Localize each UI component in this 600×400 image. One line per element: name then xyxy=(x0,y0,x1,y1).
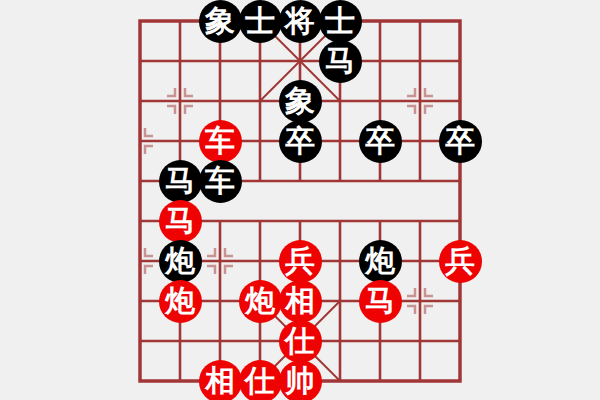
piece-glyph: 仕 xyxy=(285,326,315,356)
black-general[interactable]: 将 xyxy=(279,0,322,43)
board-point[interactable] xyxy=(160,81,200,121)
board-point[interactable]: 车 xyxy=(200,121,240,161)
board-point[interactable]: 卒 xyxy=(280,121,320,161)
board-point[interactable]: 相 xyxy=(280,281,320,321)
piece-glyph: 兵 xyxy=(285,246,315,276)
red-soldier[interactable]: 兵 xyxy=(439,240,482,283)
board-point[interactable] xyxy=(320,121,360,161)
board-point[interactable] xyxy=(360,161,400,201)
board-point[interactable] xyxy=(280,41,320,81)
board-point[interactable] xyxy=(200,281,240,321)
board-point[interactable]: 卒 xyxy=(440,121,480,161)
board-point[interactable]: 卒 xyxy=(360,121,400,161)
board-point[interactable] xyxy=(280,161,320,201)
board-point[interactable] xyxy=(440,81,480,121)
board-point[interactable] xyxy=(400,241,440,281)
board-point[interactable] xyxy=(360,361,400,400)
black-cannon[interactable]: 炮 xyxy=(159,240,202,283)
board-point[interactable] xyxy=(440,1,480,41)
board-point[interactable]: 仕 xyxy=(240,361,280,400)
black-elephant[interactable]: 象 xyxy=(199,0,242,43)
board-point[interactable]: 马 xyxy=(360,281,400,321)
piece-glyph: 帅 xyxy=(285,366,315,396)
board-point[interactable] xyxy=(320,321,360,361)
board-point[interactable] xyxy=(120,281,160,321)
board-point[interactable]: 炮 xyxy=(240,281,280,321)
piece-glyph: 马 xyxy=(165,206,195,236)
board-point[interactable] xyxy=(320,161,360,201)
black-soldier[interactable]: 卒 xyxy=(439,120,482,163)
piece-glyph: 象 xyxy=(285,86,315,116)
piece-glyph: 兵 xyxy=(445,246,475,276)
piece-glyph: 仕 xyxy=(245,366,275,396)
board-point[interactable] xyxy=(400,201,440,241)
board-point[interactable] xyxy=(400,1,440,41)
piece-glyph: 相 xyxy=(285,286,315,316)
board-point[interactable] xyxy=(200,81,240,121)
red-advisor[interactable]: 仕 xyxy=(279,320,322,363)
board-point[interactable] xyxy=(240,81,280,121)
piece-glyph: 车 xyxy=(205,126,235,156)
board-point[interactable] xyxy=(400,41,440,81)
board-point[interactable]: 士 xyxy=(240,1,280,41)
red-elephant[interactable]: 相 xyxy=(279,280,322,323)
board-point[interactable] xyxy=(440,281,480,321)
board-point[interactable]: 仕 xyxy=(280,321,320,361)
piece-glyph: 卒 xyxy=(445,126,475,156)
board-point[interactable] xyxy=(440,321,480,361)
black-advisor[interactable]: 士 xyxy=(319,0,362,43)
board-point[interactable] xyxy=(240,121,280,161)
board-point[interactable]: 兵 xyxy=(280,241,320,281)
black-horse[interactable]: 马 xyxy=(159,160,202,203)
board-point[interactable] xyxy=(120,1,160,41)
board-point[interactable] xyxy=(280,201,320,241)
board-point[interactable] xyxy=(440,201,480,241)
board-point[interactable] xyxy=(320,281,360,321)
board-point[interactable] xyxy=(400,321,440,361)
board-point[interactable] xyxy=(360,201,400,241)
red-chariot[interactable]: 车 xyxy=(199,120,242,163)
board-point[interactable]: 马 xyxy=(160,201,200,241)
board-point[interactable] xyxy=(320,361,360,400)
board-point[interactable] xyxy=(400,121,440,161)
piece-glyph: 炮 xyxy=(245,286,275,316)
board-point[interactable] xyxy=(160,361,200,400)
board-point[interactable]: 马 xyxy=(160,161,200,201)
board-point[interactable] xyxy=(360,321,400,361)
board-point[interactable] xyxy=(120,241,160,281)
piece-glyph: 士 xyxy=(245,6,275,36)
black-advisor[interactable]: 士 xyxy=(239,0,282,43)
board-point[interactable] xyxy=(360,81,400,121)
board-point[interactable]: 士 xyxy=(320,1,360,41)
board-point[interactable] xyxy=(120,161,160,201)
piece-glyph: 象 xyxy=(205,6,235,36)
board-point[interactable] xyxy=(200,321,240,361)
board-point[interactable]: 兵 xyxy=(440,241,480,281)
board-point[interactable] xyxy=(320,81,360,121)
board-point[interactable] xyxy=(440,361,480,400)
board-point[interactable]: 象 xyxy=(200,1,240,41)
board-point[interactable] xyxy=(200,201,240,241)
board-point[interactable]: 将 xyxy=(280,1,320,41)
board-point[interactable]: 车 xyxy=(200,161,240,201)
red-soldier[interactable]: 兵 xyxy=(279,240,322,283)
board-point[interactable]: 炮 xyxy=(160,241,200,281)
red-horse[interactable]: 马 xyxy=(159,200,202,243)
board-intersections: 象士将士马象车卒卒卒马车马炮兵炮兵炮炮相马仕相仕帅 xyxy=(120,1,480,400)
red-cannon[interactable]: 炮 xyxy=(159,280,202,323)
board-point[interactable] xyxy=(200,41,240,81)
board-point[interactable] xyxy=(160,321,200,361)
board-point[interactable]: 相 xyxy=(200,361,240,400)
board-point[interactable] xyxy=(240,241,280,281)
piece-glyph: 卒 xyxy=(285,126,315,156)
piece-glyph: 马 xyxy=(365,286,395,316)
board-point[interactable]: 炮 xyxy=(360,241,400,281)
board-point[interactable] xyxy=(400,281,440,321)
piece-glyph: 马 xyxy=(165,166,195,196)
board-point[interactable] xyxy=(120,121,160,161)
board-point[interactable] xyxy=(160,1,200,41)
piece-glyph: 马 xyxy=(325,46,355,76)
piece-glyph: 士 xyxy=(325,6,355,36)
piece-glyph: 车 xyxy=(205,166,235,196)
red-cannon[interactable]: 炮 xyxy=(239,280,282,323)
board-point[interactable] xyxy=(440,161,480,201)
board-point[interactable] xyxy=(120,361,160,400)
board-point[interactable] xyxy=(320,241,360,281)
board-point[interactable] xyxy=(240,321,280,361)
black-soldier[interactable]: 卒 xyxy=(279,120,322,163)
red-horse[interactable]: 马 xyxy=(359,280,402,323)
board-point[interactable] xyxy=(120,41,160,81)
board-point[interactable] xyxy=(400,361,440,400)
board-point[interactable] xyxy=(160,121,200,161)
piece-glyph: 炮 xyxy=(365,246,395,276)
board-point[interactable] xyxy=(440,41,480,81)
piece-glyph: 相 xyxy=(205,366,235,396)
board-point[interactable] xyxy=(360,1,400,41)
board-point[interactable] xyxy=(120,321,160,361)
board-point[interactable]: 马 xyxy=(320,41,360,81)
black-chariot[interactable]: 车 xyxy=(199,160,242,203)
black-soldier[interactable]: 卒 xyxy=(359,120,402,163)
board-point[interactable] xyxy=(120,81,160,121)
piece-glyph: 卒 xyxy=(365,126,395,156)
board-point[interactable] xyxy=(240,201,280,241)
board-point[interactable] xyxy=(400,81,440,121)
black-cannon[interactable]: 炮 xyxy=(359,240,402,283)
black-elephant[interactable]: 象 xyxy=(279,80,322,123)
red-advisor[interactable]: 仕 xyxy=(239,360,282,400)
piece-glyph: 炮 xyxy=(165,246,195,276)
board-point[interactable] xyxy=(240,161,280,201)
board-point[interactable] xyxy=(160,41,200,81)
black-horse[interactable]: 马 xyxy=(319,40,362,83)
red-elephant[interactable]: 相 xyxy=(199,360,242,400)
red-general[interactable]: 帅 xyxy=(279,360,322,400)
board-point[interactable] xyxy=(320,201,360,241)
board-point[interactable] xyxy=(360,41,400,81)
board-point[interactable] xyxy=(400,161,440,201)
board-point[interactable] xyxy=(200,241,240,281)
piece-glyph: 将 xyxy=(285,6,315,36)
board-point[interactable]: 帅 xyxy=(280,361,320,400)
board-point[interactable]: 象 xyxy=(280,81,320,121)
xiangqi-app-screen: 象士将士马象车卒卒卒马车马炮兵炮兵炮炮相马仕相仕帅 xyxy=(0,0,600,400)
board-point[interactable]: 炮 xyxy=(160,281,200,321)
piece-glyph: 炮 xyxy=(165,286,195,316)
board-point[interactable] xyxy=(240,41,280,81)
board-point[interactable] xyxy=(120,201,160,241)
